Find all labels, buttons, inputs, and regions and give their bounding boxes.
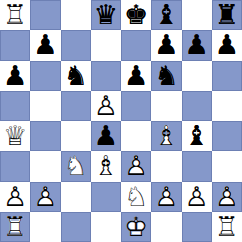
square-f6[interactable]: ♞♞ bbox=[151, 61, 181, 91]
piece-black-pawn[interactable]: ♟♟ bbox=[91, 121, 121, 151]
square-a7[interactable] bbox=[0, 30, 30, 60]
square-d4[interactable]: ♟♟ bbox=[91, 121, 121, 151]
black-bishop-outline: ♝ bbox=[151, 0, 181, 30]
piece-white-pawn[interactable]: ♟♙ bbox=[212, 182, 242, 212]
piece-black-knight[interactable]: ♞♞ bbox=[61, 61, 91, 91]
white-rook-outline: ♖ bbox=[212, 212, 242, 242]
square-e5[interactable] bbox=[121, 91, 151, 121]
square-f7[interactable]: ♟♟ bbox=[151, 30, 181, 60]
piece-black-bishop[interactable]: ♝♝ bbox=[182, 121, 212, 151]
piece-white-rook[interactable]: ♜♖ bbox=[212, 212, 242, 242]
square-b3[interactable] bbox=[30, 151, 60, 181]
white-pawn-outline: ♙ bbox=[0, 182, 30, 212]
white-rook-outline: ♖ bbox=[0, 212, 30, 242]
black-queen-outline: ♛ bbox=[91, 0, 121, 30]
piece-white-pawn[interactable]: ♟♙ bbox=[0, 182, 30, 212]
square-f5[interactable] bbox=[151, 91, 181, 121]
square-a2[interactable]: ♟♙ bbox=[0, 182, 30, 212]
square-f2[interactable]: ♟♙ bbox=[151, 182, 181, 212]
piece-black-queen[interactable]: ♛♛ bbox=[91, 0, 121, 30]
square-e2[interactable]: ♞♘ bbox=[121, 182, 151, 212]
white-pawn-outline: ♙ bbox=[30, 182, 60, 212]
square-b6[interactable] bbox=[30, 61, 60, 91]
square-b2[interactable]: ♟♙ bbox=[30, 182, 60, 212]
square-g1[interactable] bbox=[182, 212, 212, 242]
black-pawn-outline: ♟ bbox=[182, 30, 212, 60]
piece-black-pawn[interactable]: ♟♟ bbox=[0, 61, 30, 91]
square-e4[interactable] bbox=[121, 121, 151, 151]
square-a8[interactable]: ♜♖ bbox=[0, 0, 30, 30]
white-pawn-outline: ♙ bbox=[151, 182, 181, 212]
chess-board: ♜♖♛♛♚♚♝♝♜♜♟♟♟♟♟♟♟♟♟♟♞♞♟♟♞♞♟♙♛♕♟♟♝♗♝♝♞♘♝♗… bbox=[0, 0, 242, 242]
piece-black-pawn[interactable]: ♟♟ bbox=[212, 30, 242, 60]
square-f1[interactable] bbox=[151, 212, 181, 242]
square-h5[interactable] bbox=[212, 91, 242, 121]
square-a6[interactable]: ♟♟ bbox=[0, 61, 30, 91]
black-knight-outline: ♞ bbox=[151, 61, 181, 91]
square-b5[interactable] bbox=[30, 91, 60, 121]
white-queen-outline: ♕ bbox=[0, 121, 30, 151]
square-h7[interactable]: ♟♟ bbox=[212, 30, 242, 60]
piece-white-knight[interactable]: ♞♘ bbox=[61, 151, 91, 181]
square-g3[interactable] bbox=[182, 151, 212, 181]
piece-white-pawn[interactable]: ♟♙ bbox=[30, 182, 60, 212]
square-c6[interactable]: ♞♞ bbox=[61, 61, 91, 91]
piece-white-pawn[interactable]: ♟♙ bbox=[151, 182, 181, 212]
square-f4[interactable]: ♝♗ bbox=[151, 121, 181, 151]
square-g5[interactable] bbox=[182, 91, 212, 121]
black-bishop-outline: ♝ bbox=[182, 121, 212, 151]
square-h6[interactable] bbox=[212, 61, 242, 91]
piece-black-pawn[interactable]: ♟♟ bbox=[121, 61, 151, 91]
square-e8[interactable]: ♚♚ bbox=[121, 0, 151, 30]
black-pawn-outline: ♟ bbox=[151, 30, 181, 60]
piece-black-king[interactable]: ♚♚ bbox=[121, 0, 151, 30]
piece-black-pawn[interactable]: ♟♟ bbox=[30, 30, 60, 60]
white-pawn-outline: ♙ bbox=[121, 151, 151, 181]
square-d3[interactable]: ♝♗ bbox=[91, 151, 121, 181]
square-d5[interactable]: ♟♙ bbox=[91, 91, 121, 121]
white-bishop-outline: ♗ bbox=[91, 151, 121, 181]
square-b8[interactable] bbox=[30, 0, 60, 30]
square-b7[interactable]: ♟♟ bbox=[30, 30, 60, 60]
square-h4[interactable] bbox=[212, 121, 242, 151]
black-rook-outline: ♜ bbox=[212, 0, 242, 30]
square-g7[interactable]: ♟♟ bbox=[182, 30, 212, 60]
black-king-outline: ♚ bbox=[121, 0, 151, 30]
square-f8[interactable]: ♝♝ bbox=[151, 0, 181, 30]
square-e1[interactable]: ♚♔ bbox=[121, 212, 151, 242]
black-pawn-outline: ♟ bbox=[121, 61, 151, 91]
square-b4[interactable] bbox=[30, 121, 60, 151]
square-h1[interactable]: ♜♖ bbox=[212, 212, 242, 242]
square-d6[interactable] bbox=[91, 61, 121, 91]
square-a4[interactable]: ♛♕ bbox=[0, 121, 30, 151]
black-pawn-outline: ♟ bbox=[30, 30, 60, 60]
piece-white-pawn[interactable]: ♟♙ bbox=[182, 182, 212, 212]
piece-white-bishop[interactable]: ♝♗ bbox=[91, 151, 121, 181]
square-g2[interactable]: ♟♙ bbox=[182, 182, 212, 212]
square-c4[interactable] bbox=[61, 121, 91, 151]
square-g4[interactable]: ♝♝ bbox=[182, 121, 212, 151]
square-e6[interactable]: ♟♟ bbox=[121, 61, 151, 91]
white-pawn-outline: ♙ bbox=[91, 91, 121, 121]
black-knight-outline: ♞ bbox=[61, 61, 91, 91]
square-c8[interactable] bbox=[61, 0, 91, 30]
square-b1[interactable] bbox=[30, 212, 60, 242]
square-a3[interactable] bbox=[0, 151, 30, 181]
square-c5[interactable] bbox=[61, 91, 91, 121]
square-c7[interactable] bbox=[61, 30, 91, 60]
black-pawn-outline: ♟ bbox=[91, 121, 121, 151]
piece-black-pawn[interactable]: ♟♟ bbox=[182, 30, 212, 60]
piece-white-king[interactable]: ♚♔ bbox=[121, 212, 151, 242]
piece-black-knight[interactable]: ♞♞ bbox=[151, 61, 181, 91]
white-knight-outline: ♘ bbox=[61, 151, 91, 181]
piece-black-bishop[interactable]: ♝♝ bbox=[151, 0, 181, 30]
square-d2[interactable] bbox=[91, 182, 121, 212]
piece-white-knight[interactable]: ♞♘ bbox=[121, 182, 151, 212]
square-g8[interactable] bbox=[182, 0, 212, 30]
white-king-outline: ♔ bbox=[121, 212, 151, 242]
square-a1[interactable]: ♜♖ bbox=[0, 212, 30, 242]
square-e3[interactable]: ♟♙ bbox=[121, 151, 151, 181]
white-pawn-outline: ♙ bbox=[212, 182, 242, 212]
square-c2[interactable] bbox=[61, 182, 91, 212]
black-pawn-outline: ♟ bbox=[0, 61, 30, 91]
square-c1[interactable] bbox=[61, 212, 91, 242]
square-d8[interactable]: ♛♛ bbox=[91, 0, 121, 30]
square-h2[interactable]: ♟♙ bbox=[212, 182, 242, 212]
white-knight-outline: ♘ bbox=[121, 182, 151, 212]
white-rook-outline: ♖ bbox=[0, 0, 30, 30]
piece-black-pawn[interactable]: ♟♟ bbox=[151, 30, 181, 60]
square-h3[interactable] bbox=[212, 151, 242, 181]
square-f3[interactable] bbox=[151, 151, 181, 181]
square-g6[interactable] bbox=[182, 61, 212, 91]
square-e7[interactable] bbox=[121, 30, 151, 60]
piece-white-rook[interactable]: ♜♖ bbox=[0, 212, 30, 242]
black-pawn-outline: ♟ bbox=[212, 30, 242, 60]
white-bishop-outline: ♗ bbox=[151, 121, 181, 151]
piece-white-rook[interactable]: ♜♖ bbox=[0, 0, 30, 30]
piece-white-pawn[interactable]: ♟♙ bbox=[91, 91, 121, 121]
square-h8[interactable]: ♜♜ bbox=[212, 0, 242, 30]
square-a5[interactable] bbox=[0, 91, 30, 121]
square-c3[interactable]: ♞♘ bbox=[61, 151, 91, 181]
white-pawn-outline: ♙ bbox=[182, 182, 212, 212]
piece-white-queen[interactable]: ♛♕ bbox=[0, 121, 30, 151]
piece-black-rook[interactable]: ♜♜ bbox=[212, 0, 242, 30]
square-d7[interactable] bbox=[91, 30, 121, 60]
piece-white-pawn[interactable]: ♟♙ bbox=[121, 151, 151, 181]
square-d1[interactable] bbox=[91, 212, 121, 242]
piece-white-bishop[interactable]: ♝♗ bbox=[151, 121, 181, 151]
